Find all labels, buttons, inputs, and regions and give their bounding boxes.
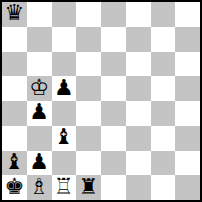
square-e3 [101,126,126,151]
square-e5 [101,76,126,101]
square-c2 [52,151,77,176]
square-d8 [76,2,101,27]
square-c5: ♟ [52,76,77,101]
square-b6 [27,52,52,77]
piece-black-bishop: ♝ [5,151,25,173]
square-c3: ♝ [52,126,77,151]
square-a8: ♛ [2,2,27,27]
piece-black-pawn: ♟ [29,101,49,123]
piece-black-queen: ♛ [5,2,25,24]
square-g7 [151,27,176,52]
square-c4 [52,101,77,126]
square-e8 [101,2,126,27]
square-e2 [101,151,126,176]
piece-black-bishop: ♝ [54,126,74,148]
chess-board: ♛♔♟♟♝♝♟♚♗♖♜ [0,0,202,202]
square-a4 [2,101,27,126]
square-c8 [52,2,77,27]
piece-white-king: ♔ [29,77,49,99]
square-b1: ♗ [27,175,52,200]
square-g8 [151,2,176,27]
square-g5 [151,76,176,101]
square-e1 [101,175,126,200]
square-d1: ♜ [76,175,101,200]
square-d6 [76,52,101,77]
square-a6 [2,52,27,77]
square-c6 [52,52,77,77]
square-h5 [175,76,200,101]
square-b4: ♟ [27,101,52,126]
square-b8 [27,2,52,27]
square-h4 [175,101,200,126]
piece-black-rook: ♜ [79,176,99,198]
piece-white-bishop: ♗ [29,176,49,198]
square-h3 [175,126,200,151]
square-g2 [151,151,176,176]
piece-black-pawn: ♟ [29,151,49,173]
square-g6 [151,52,176,77]
square-f5 [126,76,151,101]
square-e4 [101,101,126,126]
square-f7 [126,27,151,52]
square-d3 [76,126,101,151]
square-h7 [175,27,200,52]
square-a1: ♚ [2,175,27,200]
square-f8 [126,2,151,27]
square-g4 [151,101,176,126]
square-b3 [27,126,52,151]
square-g3 [151,126,176,151]
square-d2 [76,151,101,176]
square-d5 [76,76,101,101]
square-a5 [2,76,27,101]
square-c1: ♖ [52,175,77,200]
square-a2: ♝ [2,151,27,176]
piece-white-rook: ♖ [54,176,74,198]
square-e6 [101,52,126,77]
square-h6 [175,52,200,77]
square-e7 [101,27,126,52]
square-h1 [175,175,200,200]
square-b7 [27,27,52,52]
square-a7 [2,27,27,52]
piece-black-pawn: ♟ [54,77,74,99]
square-g1 [151,175,176,200]
square-h8 [175,2,200,27]
square-a3 [2,126,27,151]
square-c7 [52,27,77,52]
square-f6 [126,52,151,77]
square-b5: ♔ [27,76,52,101]
square-d7 [76,27,101,52]
square-h2 [175,151,200,176]
square-b2: ♟ [27,151,52,176]
square-f2 [126,151,151,176]
square-f3 [126,126,151,151]
piece-black-king: ♚ [5,176,25,198]
square-f1 [126,175,151,200]
square-f4 [126,101,151,126]
square-d4 [76,101,101,126]
